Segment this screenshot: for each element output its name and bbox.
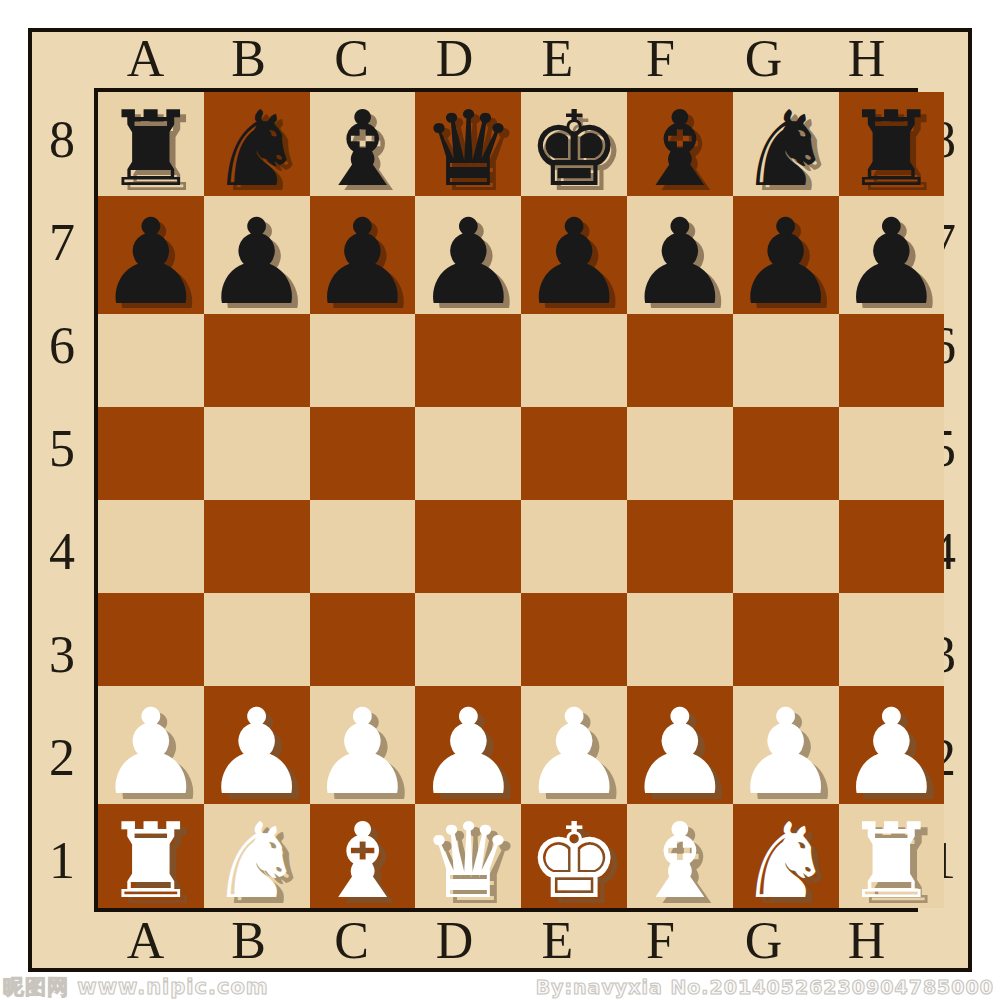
square-a3[interactable]: [98, 593, 204, 686]
square-a5[interactable]: [98, 407, 204, 500]
black-pawn-d7: ♟: [415, 203, 521, 321]
square-c7[interactable]: ♟: [310, 196, 416, 314]
watermark-author-serial: By:navyxia No.20140526230904785000: [536, 976, 994, 998]
square-f7[interactable]: ♟: [627, 196, 733, 314]
square-d5[interactable]: [415, 407, 521, 500]
white-knight-g1: ♞: [739, 809, 832, 913]
black-pawn-b7: ♟: [204, 203, 310, 321]
file-label-top-d: D: [436, 33, 474, 85]
rank-label-left-4: 4: [49, 526, 75, 578]
white-pawn-a2: ♟: [98, 693, 204, 811]
rank-label-left-6: 6: [49, 320, 75, 372]
square-c4[interactable]: [310, 500, 416, 593]
white-pawn-h2: ♟: [839, 693, 945, 811]
square-g2[interactable]: ♟: [733, 686, 839, 804]
white-pawn-c2: ♟: [310, 693, 416, 811]
white-king-e1: ♚: [527, 809, 620, 913]
square-d2[interactable]: ♟: [415, 686, 521, 804]
white-rook-h1: ♜: [845, 809, 938, 913]
black-pawn-e7: ♟: [521, 203, 627, 321]
square-h1[interactable]: ♜: [839, 804, 945, 908]
white-pawn-g2: ♟: [733, 693, 839, 811]
square-b2[interactable]: ♟: [204, 686, 310, 804]
white-pawn-b2: ♟: [204, 693, 310, 811]
square-b5[interactable]: [204, 407, 310, 500]
file-label-bottom-g: G: [745, 915, 783, 967]
black-pawn-g7: ♟: [733, 203, 839, 321]
black-pawn-a7: ♟: [98, 203, 204, 321]
black-rook-a8: ♜: [104, 97, 197, 201]
square-e8[interactable]: ♚: [521, 92, 627, 196]
white-bishop-c1: ♝: [316, 809, 409, 913]
white-pawn-f2: ♟: [627, 693, 733, 811]
square-c2[interactable]: ♟: [310, 686, 416, 804]
file-label-bottom-d: D: [436, 915, 474, 967]
square-g1[interactable]: ♞: [733, 804, 839, 908]
square-c8[interactable]: ♝: [310, 92, 416, 196]
white-queen-d1: ♛: [422, 809, 515, 913]
black-pawn-f7: ♟: [627, 203, 733, 321]
file-label-top-f: F: [646, 33, 675, 85]
black-pawn-c7: ♟: [310, 203, 416, 321]
rank-label-left-7: 7: [49, 217, 75, 269]
square-f4[interactable]: [627, 500, 733, 593]
file-labels-top: ABCDEFGH: [94, 30, 918, 88]
square-a1[interactable]: ♜: [98, 804, 204, 908]
file-label-bottom-e: E: [542, 915, 574, 967]
square-h5[interactable]: [839, 407, 945, 500]
rank-label-left-1: 1: [49, 835, 75, 887]
square-d1[interactable]: ♛: [415, 804, 521, 908]
square-c5[interactable]: [310, 407, 416, 500]
square-c1[interactable]: ♝: [310, 804, 416, 908]
square-b8[interactable]: ♞: [204, 92, 310, 196]
file-label-top-b: B: [231, 33, 266, 85]
square-f8[interactable]: ♝: [627, 92, 733, 196]
square-g8[interactable]: ♞: [733, 92, 839, 196]
black-bishop-f8: ♝: [633, 97, 726, 201]
white-pawn-e2: ♟: [521, 693, 627, 811]
chess-board: ♜♞♝♛♚♝♞♜♟♟♟♟♟♟♟♟♟♟♟♟♟♟♟♟♜♞♝♛♚♝♞♜: [94, 88, 918, 912]
file-label-top-c: C: [334, 33, 369, 85]
square-d7[interactable]: ♟: [415, 196, 521, 314]
white-rook-a1: ♜: [104, 809, 197, 913]
watermark-nipic: 昵图网 www.nipic.com: [3, 973, 269, 1000]
square-h4[interactable]: [839, 500, 945, 593]
file-label-top-h: H: [848, 33, 886, 85]
square-h3[interactable]: [839, 593, 945, 686]
square-a7[interactable]: ♟: [98, 196, 204, 314]
square-g5[interactable]: [733, 407, 839, 500]
black-bishop-c8: ♝: [316, 97, 409, 201]
square-g3[interactable]: [733, 593, 839, 686]
file-label-bottom-f: F: [646, 915, 675, 967]
square-a8[interactable]: ♜: [98, 92, 204, 196]
white-pawn-d2: ♟: [415, 693, 521, 811]
square-g4[interactable]: [733, 500, 839, 593]
square-b4[interactable]: [204, 500, 310, 593]
file-label-top-e: E: [542, 33, 574, 85]
file-label-bottom-h: H: [848, 915, 886, 967]
chess-diagram: ABCDEFGH ABCDEFGH 87654321 87654321 ♜♞♝♛…: [0, 0, 1000, 1000]
rank-label-left-3: 3: [49, 629, 75, 681]
square-e2[interactable]: ♟: [521, 686, 627, 804]
square-a4[interactable]: [98, 500, 204, 593]
square-e5[interactable]: [521, 407, 627, 500]
file-label-top-a: A: [127, 33, 165, 85]
rank-label-left-5: 5: [49, 423, 75, 475]
square-a2[interactable]: ♟: [98, 686, 204, 804]
rank-label-left-8: 8: [49, 114, 75, 166]
square-h2[interactable]: ♟: [839, 686, 945, 804]
square-e1[interactable]: ♚: [521, 804, 627, 908]
square-c3[interactable]: [310, 593, 416, 686]
square-d4[interactable]: [415, 500, 521, 593]
rank-label-left-2: 2: [49, 732, 75, 784]
square-b7[interactable]: ♟: [204, 196, 310, 314]
square-f2[interactable]: ♟: [627, 686, 733, 804]
black-knight-b8: ♞: [210, 97, 303, 201]
white-knight-b1: ♞: [210, 809, 303, 913]
square-h8[interactable]: ♜: [839, 92, 945, 196]
file-label-bottom-c: C: [334, 915, 369, 967]
white-bishop-f1: ♝: [633, 809, 726, 913]
square-e3[interactable]: [521, 593, 627, 686]
square-b1[interactable]: ♞: [204, 804, 310, 908]
square-h7[interactable]: ♟: [839, 196, 945, 314]
black-king-e8: ♚: [527, 97, 620, 201]
rank-labels-left: 87654321: [30, 88, 94, 912]
black-rook-h8: ♜: [845, 97, 938, 201]
black-knight-g8: ♞: [739, 97, 832, 201]
square-d8[interactable]: ♛: [415, 92, 521, 196]
square-g7[interactable]: ♟: [733, 196, 839, 314]
file-label-bottom-a: A: [127, 915, 165, 967]
black-queen-d8: ♛: [422, 97, 515, 201]
square-b3[interactable]: [204, 593, 310, 686]
square-f1[interactable]: ♝: [627, 804, 733, 908]
square-e4[interactable]: [521, 500, 627, 593]
file-label-bottom-b: B: [231, 915, 266, 967]
square-f3[interactable]: [627, 593, 733, 686]
square-e7[interactable]: ♟: [521, 196, 627, 314]
black-pawn-h7: ♟: [839, 203, 945, 321]
square-f5[interactable]: [627, 407, 733, 500]
square-d3[interactable]: [415, 593, 521, 686]
file-label-top-g: G: [745, 33, 783, 85]
